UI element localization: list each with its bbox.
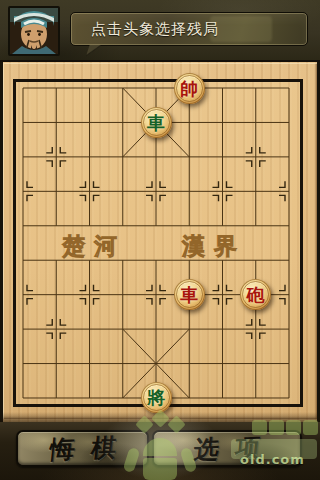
piece-red-general[interactable]: 帥 (174, 73, 205, 104)
avatar-button[interactable] (8, 6, 60, 56)
undo-button[interactable]: 悔棋 (16, 430, 149, 467)
general-portrait-icon (10, 8, 58, 54)
options-button-label: 选项 (176, 430, 278, 466)
piece-character: 將 (147, 382, 165, 413)
bubble-text: 点击头象选择残局 (71, 20, 219, 39)
river-label-left: 楚河 (61, 232, 126, 259)
bottom-bar: 悔棋 选项 (0, 422, 320, 480)
speech-bubble: 点击头象选择残局 (70, 12, 308, 46)
piece-character: 帥 (180, 73, 198, 104)
top-bar: 点击头象选择残局 (0, 0, 320, 62)
piece-character: 車 (147, 107, 165, 138)
piece-character: 車 (180, 279, 198, 310)
piece-character: 砲 (247, 279, 265, 310)
app-root: 点击头象选择残局 楚河 漢界 帥車車砲將 悔棋 选项 (0, 0, 320, 480)
piece-black-chariot[interactable]: 車 (141, 107, 172, 138)
options-button[interactable]: 选项 (152, 430, 302, 467)
piece-red-chariot[interactable]: 車 (174, 279, 205, 310)
piece-black-general[interactable]: 將 (141, 382, 172, 413)
board-shadow (0, 412, 320, 422)
river-label-right: 漢界 (181, 232, 246, 259)
undo-button-label: 悔棋 (32, 430, 134, 466)
speech-bubble-tail (86, 45, 100, 55)
